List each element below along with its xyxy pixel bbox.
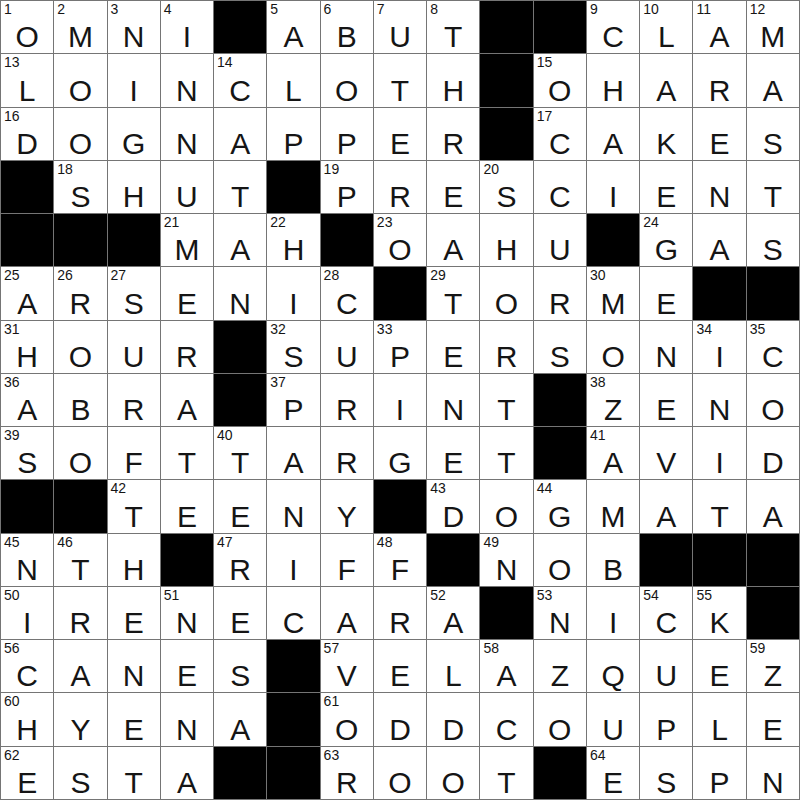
- cell-r9c3[interactable]: F: [108, 427, 160, 479]
- cell-r10c12[interactable]: M: [587, 480, 639, 532]
- cell-r14c4[interactable]: N: [161, 693, 213, 745]
- cell-letter: S: [747, 235, 799, 265]
- cell-r1c8[interactable]: 7U: [374, 1, 426, 53]
- cell-r7c14[interactable]: 34I: [693, 321, 745, 373]
- clue-number: 43: [430, 481, 446, 496]
- clue-number: 34: [696, 322, 712, 337]
- cell-letter: R: [427, 129, 479, 159]
- cell-letter: I: [108, 76, 160, 106]
- cell-r7c15[interactable]: 35C: [747, 321, 799, 373]
- cell-r10c13[interactable]: A: [640, 480, 692, 532]
- crossword-board: 1O2M3N4I5A6B7U8T9C10L11A12M13LOIN14CLOTH…: [0, 0, 800, 800]
- cell-r13c4[interactable]: E: [161, 640, 213, 692]
- clue-number: 29: [430, 268, 446, 283]
- cell-r12c11[interactable]: 53N: [534, 587, 586, 639]
- cell-r10c6[interactable]: N: [267, 480, 319, 532]
- cell-r7c11[interactable]: S: [534, 321, 586, 373]
- clue-number: 21: [164, 215, 180, 230]
- cell-r6c3[interactable]: 27S: [108, 267, 160, 319]
- cell-r4c8[interactable]: R: [374, 161, 426, 213]
- cell-r14c7[interactable]: 61O: [321, 693, 373, 745]
- cell-r8c13[interactable]: E: [640, 374, 692, 426]
- cell-letter: H: [1, 715, 53, 745]
- clue-number: 44: [537, 481, 553, 496]
- cell-letter: N: [747, 768, 799, 798]
- cell-r12c9[interactable]: 52A: [427, 587, 479, 639]
- cell-r8c9[interactable]: N: [427, 374, 479, 426]
- clue-number: 39: [4, 428, 20, 443]
- cell-r7c3[interactable]: U: [108, 321, 160, 373]
- cell-r6c14: [693, 267, 745, 319]
- cell-r13c8[interactable]: E: [374, 640, 426, 692]
- cell-r4c5[interactable]: T: [214, 161, 266, 213]
- cell-r11c1[interactable]: 45N: [1, 534, 53, 586]
- cell-r5c11[interactable]: U: [534, 214, 586, 266]
- cell-r4c13[interactable]: E: [640, 161, 692, 213]
- cell-r15c10[interactable]: T: [480, 747, 532, 799]
- cell-r3c15[interactable]: S: [747, 108, 799, 160]
- cell-r12c14[interactable]: 55K: [693, 587, 745, 639]
- cell-letter: D: [747, 448, 799, 478]
- cell-r2c12[interactable]: H: [587, 54, 639, 106]
- cell-r9c9[interactable]: E: [427, 427, 479, 479]
- cell-r1c6[interactable]: 5A: [267, 1, 319, 53]
- cell-r5c14[interactable]: A: [693, 214, 745, 266]
- cell-r10c3[interactable]: 42T: [108, 480, 160, 532]
- cell-r13c3[interactable]: N: [108, 640, 160, 692]
- clue-number: 52: [430, 588, 446, 603]
- cell-r1c12[interactable]: 9C: [587, 1, 639, 53]
- cell-r14c3[interactable]: E: [108, 693, 160, 745]
- cell-r5c4[interactable]: 21M: [161, 214, 213, 266]
- clue-number: 33: [377, 322, 393, 337]
- cell-letter: A: [693, 235, 745, 265]
- cell-r12c3[interactable]: E: [108, 587, 160, 639]
- cell-letter: A: [747, 502, 799, 532]
- cell-r6c10[interactable]: O: [480, 267, 532, 319]
- cell-r4c14[interactable]: N: [693, 161, 745, 213]
- cell-r14c10[interactable]: C: [480, 693, 532, 745]
- cell-r4c1: [1, 161, 53, 213]
- cell-r14c12[interactable]: U: [587, 693, 639, 745]
- cell-r2c13[interactable]: A: [640, 54, 692, 106]
- cell-r7c12[interactable]: O: [587, 321, 639, 373]
- clue-number: 56: [4, 641, 20, 656]
- cell-r8c5: [214, 374, 266, 426]
- cell-r8c8[interactable]: I: [374, 374, 426, 426]
- cell-letter: S: [747, 129, 799, 159]
- cell-r4c12[interactable]: I: [587, 161, 639, 213]
- cell-r11c5[interactable]: 47R: [214, 534, 266, 586]
- cell-r7c8[interactable]: 33P: [374, 321, 426, 373]
- clue-number: 4: [164, 2, 172, 17]
- cell-r13c10[interactable]: 58A: [480, 640, 532, 692]
- cell-r6c13[interactable]: E: [640, 267, 692, 319]
- cell-r15c6: [267, 747, 319, 799]
- cell-letter: T: [480, 768, 532, 798]
- cell-r11c7[interactable]: F: [321, 534, 373, 586]
- cell-r11c11[interactable]: O: [534, 534, 586, 586]
- cell-letter: E: [108, 715, 160, 745]
- cell-letter: P: [267, 395, 319, 425]
- cell-letter: O: [747, 395, 799, 425]
- cell-letter: H: [480, 235, 532, 265]
- cell-r13c1[interactable]: 56C: [1, 640, 53, 692]
- cell-letter: U: [587, 715, 639, 745]
- cell-r6c4[interactable]: E: [161, 267, 213, 319]
- clue-number: 38: [590, 375, 606, 390]
- cell-r13c14[interactable]: E: [693, 640, 745, 692]
- cell-r8c3[interactable]: R: [108, 374, 160, 426]
- cell-r1c1[interactable]: 1O: [1, 1, 53, 53]
- cell-r8c10[interactable]: T: [480, 374, 532, 426]
- cell-letter: O: [427, 768, 479, 798]
- cell-letter: T: [214, 448, 266, 478]
- cell-r10c8: [374, 480, 426, 532]
- cell-r13c13[interactable]: U: [640, 640, 692, 692]
- cell-r9c2[interactable]: O: [54, 427, 106, 479]
- cell-r15c3[interactable]: T: [108, 747, 160, 799]
- cell-r7c9[interactable]: E: [427, 321, 479, 373]
- clue-number: 17: [537, 109, 553, 124]
- cell-r14c9[interactable]: D: [427, 693, 479, 745]
- cell-letter: P: [267, 129, 319, 159]
- cell-letter: R: [321, 768, 373, 798]
- cell-letter: A: [427, 235, 479, 265]
- cell-r8c14[interactable]: N: [693, 374, 745, 426]
- cell-letter: H: [108, 182, 160, 212]
- cell-letter: T: [108, 502, 160, 532]
- cell-r12c10: [480, 587, 532, 639]
- cell-letter: U: [640, 661, 692, 691]
- cell-letter: O: [374, 235, 426, 265]
- cell-r2c9[interactable]: H: [427, 54, 479, 106]
- cell-letter: O: [480, 502, 532, 532]
- cell-r3c3[interactable]: G: [108, 108, 160, 160]
- cell-letter: E: [161, 289, 213, 319]
- cell-r7c4[interactable]: R: [161, 321, 213, 373]
- cell-r8c7[interactable]: R: [321, 374, 373, 426]
- cell-letter: D: [427, 715, 479, 745]
- cell-r15c9[interactable]: O: [427, 747, 479, 799]
- cell-r3c4[interactable]: N: [161, 108, 213, 160]
- cell-r7c13[interactable]: N: [640, 321, 692, 373]
- cell-r2c1[interactable]: 13L: [1, 54, 53, 106]
- cell-letter: I: [693, 448, 745, 478]
- cell-letter: H: [108, 555, 160, 585]
- clue-number: 59: [750, 641, 766, 656]
- cell-r11c3[interactable]: H: [108, 534, 160, 586]
- cell-letter: A: [1, 395, 53, 425]
- cell-r2c11[interactable]: 15O: [534, 54, 586, 106]
- cell-r3c1[interactable]: 16D: [1, 108, 53, 160]
- cell-letter: O: [587, 342, 639, 372]
- cell-r6c11[interactable]: R: [534, 267, 586, 319]
- cell-r1c13[interactable]: 10L: [640, 1, 692, 53]
- cell-r10c11[interactable]: 44G: [534, 480, 586, 532]
- cell-r10c10[interactable]: O: [480, 480, 532, 532]
- cell-r8c12[interactable]: 38Z: [587, 374, 639, 426]
- cell-r1c15[interactable]: 12M: [747, 1, 799, 53]
- cell-r2c5[interactable]: 14C: [214, 54, 266, 106]
- cell-r6c6[interactable]: I: [267, 267, 319, 319]
- cell-r1c3[interactable]: 3N: [108, 1, 160, 53]
- cell-r5c15[interactable]: S: [747, 214, 799, 266]
- cell-r4c4[interactable]: U: [161, 161, 213, 213]
- cell-r3c2[interactable]: O: [54, 108, 106, 160]
- cell-r4c15[interactable]: T: [747, 161, 799, 213]
- cell-letter: O: [534, 76, 586, 106]
- cell-r9c14[interactable]: I: [693, 427, 745, 479]
- cell-r9c10[interactable]: T: [480, 427, 532, 479]
- clue-number: 27: [111, 268, 127, 283]
- cell-r4c7[interactable]: 19P: [321, 161, 373, 213]
- cell-letter: H: [1, 342, 53, 372]
- cell-r12c2[interactable]: R: [54, 587, 106, 639]
- cell-r12c4[interactable]: 51N: [161, 587, 213, 639]
- cell-r9c5[interactable]: 40T: [214, 427, 266, 479]
- cell-letter: T: [747, 182, 799, 212]
- cell-r9c12[interactable]: 41A: [587, 427, 639, 479]
- cell-r15c14[interactable]: P: [693, 747, 745, 799]
- cell-r15c4[interactable]: A: [161, 747, 213, 799]
- cell-r13c2[interactable]: A: [54, 640, 106, 692]
- cell-r3c12[interactable]: A: [587, 108, 639, 160]
- cell-r7c1[interactable]: 31H: [1, 321, 53, 373]
- cell-letter: T: [427, 22, 479, 52]
- clue-number: 47: [217, 535, 233, 550]
- cell-letter: O: [321, 715, 373, 745]
- cell-r4c2[interactable]: 18S: [54, 161, 106, 213]
- cell-letter: B: [587, 555, 639, 585]
- cell-r11c12[interactable]: B: [587, 534, 639, 586]
- cell-r8c15[interactable]: O: [747, 374, 799, 426]
- cell-letter: I: [267, 289, 319, 319]
- cell-r10c14[interactable]: T: [693, 480, 745, 532]
- cell-letter: I: [1, 608, 53, 638]
- clue-number: 45: [4, 535, 20, 550]
- cell-r11c8[interactable]: 48F: [374, 534, 426, 586]
- clue-number: 16: [4, 109, 20, 124]
- cell-r5c13[interactable]: 24G: [640, 214, 692, 266]
- cell-r2c6[interactable]: L: [267, 54, 319, 106]
- cell-r8c6[interactable]: 37P: [267, 374, 319, 426]
- cell-letter: I: [587, 182, 639, 212]
- clue-number: 19: [324, 162, 340, 177]
- cell-letter: Z: [747, 661, 799, 691]
- cell-r9c13[interactable]: V: [640, 427, 692, 479]
- cell-r10c9[interactable]: 43D: [427, 480, 479, 532]
- cell-r10c5[interactable]: E: [214, 480, 266, 532]
- clue-number: 48: [377, 535, 393, 550]
- cell-letter: N: [161, 76, 213, 106]
- cell-r6c5[interactable]: N: [214, 267, 266, 319]
- cell-letter: E: [374, 129, 426, 159]
- cell-letter: K: [640, 129, 692, 159]
- cell-r6c7[interactable]: 28C: [321, 267, 373, 319]
- clue-number: 6: [324, 2, 332, 17]
- cell-letter: U: [534, 235, 586, 265]
- cell-r7c7[interactable]: U: [321, 321, 373, 373]
- cell-letter: D: [427, 502, 479, 532]
- cell-r2c8[interactable]: T: [374, 54, 426, 106]
- cell-r12c13[interactable]: 54C: [640, 587, 692, 639]
- cell-r15c13[interactable]: S: [640, 747, 692, 799]
- cell-r2c2[interactable]: O: [54, 54, 106, 106]
- cell-r10c15[interactable]: A: [747, 480, 799, 532]
- cell-r5c6[interactable]: 22H: [267, 214, 319, 266]
- cell-r12c5[interactable]: E: [214, 587, 266, 639]
- cell-r1c14[interactable]: 11A: [693, 1, 745, 53]
- cell-r13c9[interactable]: L: [427, 640, 479, 692]
- cell-r2c4[interactable]: N: [161, 54, 213, 106]
- cell-r5c10[interactable]: H: [480, 214, 532, 266]
- cell-r15c11: [534, 747, 586, 799]
- cell-letter: T: [214, 182, 266, 212]
- cell-r3c13[interactable]: K: [640, 108, 692, 160]
- cell-r14c15[interactable]: E: [747, 693, 799, 745]
- cell-letter: A: [747, 76, 799, 106]
- cell-r15c8[interactable]: O: [374, 747, 426, 799]
- cell-r11c2[interactable]: 46T: [54, 534, 106, 586]
- cell-r15c15[interactable]: N: [747, 747, 799, 799]
- cell-r14c11[interactable]: O: [534, 693, 586, 745]
- cell-r1c2[interactable]: 2M: [54, 1, 106, 53]
- cell-r7c2[interactable]: O: [54, 321, 106, 373]
- cell-r6c9[interactable]: 29T: [427, 267, 479, 319]
- cell-r14c13[interactable]: P: [640, 693, 692, 745]
- cell-r15c2[interactable]: S: [54, 747, 106, 799]
- cell-letter: I: [374, 395, 426, 425]
- cell-r3c8[interactable]: E: [374, 108, 426, 160]
- cell-letter: I: [267, 555, 319, 585]
- cell-r9c15[interactable]: D: [747, 427, 799, 479]
- cell-letter: S: [1, 448, 53, 478]
- cell-r13c5[interactable]: S: [214, 640, 266, 692]
- cell-r6c2[interactable]: 26R: [54, 267, 106, 319]
- cell-letter: R: [534, 289, 586, 319]
- cell-r10c4[interactable]: E: [161, 480, 213, 532]
- clue-number: 58: [483, 641, 499, 656]
- cell-r4c10[interactable]: 20S: [480, 161, 532, 213]
- cell-r3c5[interactable]: A: [214, 108, 266, 160]
- clue-number: 53: [537, 588, 553, 603]
- cell-r5c2: [54, 214, 106, 266]
- cell-r1c4[interactable]: 4I: [161, 1, 213, 53]
- cell-r3c11[interactable]: 17C: [534, 108, 586, 160]
- cell-letter: Z: [587, 395, 639, 425]
- cell-r4c11[interactable]: C: [534, 161, 586, 213]
- cell-r4c3[interactable]: H: [108, 161, 160, 213]
- cell-r7c10[interactable]: R: [480, 321, 532, 373]
- cell-r12c7[interactable]: A: [321, 587, 373, 639]
- cell-r13c12[interactable]: Q: [587, 640, 639, 692]
- cell-r13c7[interactable]: 57V: [321, 640, 373, 692]
- cell-r15c12[interactable]: 64E: [587, 747, 639, 799]
- cell-letter: S: [534, 342, 586, 372]
- clue-number: 24: [643, 215, 659, 230]
- cell-r3c6[interactable]: P: [267, 108, 319, 160]
- cell-r15c1[interactable]: 62E: [1, 747, 53, 799]
- cell-r9c7[interactable]: R: [321, 427, 373, 479]
- cell-r3c9[interactable]: R: [427, 108, 479, 160]
- cell-r5c5[interactable]: A: [214, 214, 266, 266]
- clue-number: 46: [57, 535, 73, 550]
- cell-letter: A: [640, 502, 692, 532]
- cell-r9c6[interactable]: A: [267, 427, 319, 479]
- clue-number: 31: [4, 322, 20, 337]
- cell-letter: E: [693, 661, 745, 691]
- cell-r3c7[interactable]: P: [321, 108, 373, 160]
- cell-r11c6[interactable]: I: [267, 534, 319, 586]
- cell-r12c12[interactable]: I: [587, 587, 639, 639]
- cell-letter: L: [693, 715, 745, 745]
- cell-letter: N: [693, 395, 745, 425]
- cell-r9c1[interactable]: 39S: [1, 427, 53, 479]
- cell-letter: A: [693, 22, 745, 52]
- cell-r2c7[interactable]: O: [321, 54, 373, 106]
- cell-letter: E: [640, 289, 692, 319]
- cell-letter: I: [693, 342, 745, 372]
- cell-r14c8[interactable]: D: [374, 693, 426, 745]
- cell-letter: A: [480, 661, 532, 691]
- cell-letter: I: [161, 22, 213, 52]
- cell-r14c5[interactable]: A: [214, 693, 266, 745]
- clue-number: 15: [537, 55, 553, 70]
- cell-r12c6[interactable]: C: [267, 587, 319, 639]
- cell-r14c2[interactable]: Y: [54, 693, 106, 745]
- cell-letter: E: [427, 182, 479, 212]
- cell-r13c11[interactable]: Z: [534, 640, 586, 692]
- cell-r12c1[interactable]: 50I: [1, 587, 53, 639]
- cell-r4c9[interactable]: E: [427, 161, 479, 213]
- cell-r13c15[interactable]: 59Z: [747, 640, 799, 692]
- cell-r10c7[interactable]: Y: [321, 480, 373, 532]
- cell-r14c14[interactable]: L: [693, 693, 745, 745]
- cell-r15c7[interactable]: 63R: [321, 747, 373, 799]
- cell-r2c14[interactable]: R: [693, 54, 745, 106]
- cell-r2c15[interactable]: A: [747, 54, 799, 106]
- clue-number: 2: [57, 2, 65, 17]
- cell-r12c8[interactable]: R: [374, 587, 426, 639]
- cell-letter: O: [374, 768, 426, 798]
- cell-r2c3[interactable]: I: [108, 54, 160, 106]
- cell-r14c1[interactable]: 60H: [1, 693, 53, 745]
- cell-r9c8[interactable]: G: [374, 427, 426, 479]
- cell-r6c1[interactable]: 25A: [1, 267, 53, 319]
- cell-letter: C: [587, 22, 639, 52]
- cell-r1c9[interactable]: 8T: [427, 1, 479, 53]
- clue-number: 18: [57, 162, 73, 177]
- cell-letter: A: [640, 76, 692, 106]
- cell-r11c10[interactable]: 49N: [480, 534, 532, 586]
- cell-r8c4[interactable]: A: [161, 374, 213, 426]
- cell-r1c7[interactable]: 6B: [321, 1, 373, 53]
- cell-letter: L: [1, 76, 53, 106]
- cell-r8c1[interactable]: 36A: [1, 374, 53, 426]
- cell-r7c6[interactable]: 32S: [267, 321, 319, 373]
- cell-r3c14[interactable]: E: [693, 108, 745, 160]
- cell-r6c12[interactable]: 30M: [587, 267, 639, 319]
- cell-letter: F: [321, 555, 373, 585]
- cell-r8c2[interactable]: B: [54, 374, 106, 426]
- cell-letter: A: [587, 448, 639, 478]
- cell-r5c9[interactable]: A: [427, 214, 479, 266]
- clue-number: 10: [643, 2, 659, 17]
- cell-r9c4[interactable]: T: [161, 427, 213, 479]
- cell-r15c5: [214, 747, 266, 799]
- cell-r5c8[interactable]: 23O: [374, 214, 426, 266]
